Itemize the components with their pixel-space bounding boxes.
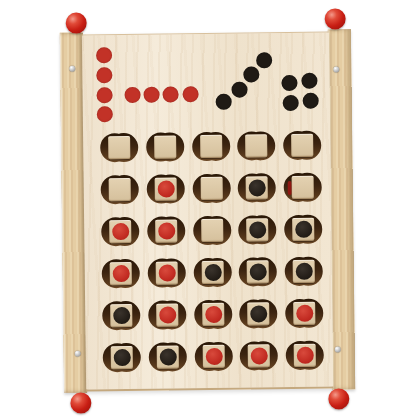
corner-knob-top-right xyxy=(324,8,345,29)
hardware-layer xyxy=(0,0,417,3)
slider-tile[interactable] xyxy=(202,302,224,325)
black-disc xyxy=(204,263,221,280)
cell-r1c2 xyxy=(146,132,184,161)
black-disc xyxy=(113,306,130,323)
slider-tile[interactable] xyxy=(157,345,179,368)
black-disc xyxy=(113,348,130,365)
screw-icon xyxy=(75,351,81,357)
red-disc xyxy=(158,264,175,281)
cell-r5c2 xyxy=(148,300,186,329)
slider-tile[interactable] xyxy=(292,175,314,198)
black-pattern-dot xyxy=(283,95,299,111)
black-disc xyxy=(295,262,312,279)
cell-r5c5 xyxy=(285,298,323,327)
slider-tile[interactable] xyxy=(245,134,267,157)
black-pattern-dot xyxy=(301,73,317,89)
black-disc xyxy=(250,305,267,322)
black-disc xyxy=(249,221,266,238)
slider-tile[interactable] xyxy=(156,261,178,284)
cell-r4c3 xyxy=(194,257,232,286)
screw-icon xyxy=(335,346,341,352)
black-pattern-dot xyxy=(231,82,247,98)
slider-tile[interactable] xyxy=(200,134,222,157)
slider-tile[interactable] xyxy=(203,344,225,367)
red-pattern-dot xyxy=(182,86,198,102)
slider-tile[interactable] xyxy=(248,344,270,367)
black-pattern-dot xyxy=(281,75,297,91)
corner-knob-bottom-right xyxy=(328,388,349,409)
red-disc xyxy=(157,180,174,197)
slider-tile[interactable] xyxy=(154,135,176,158)
cell-r4c5 xyxy=(285,256,323,285)
corner-knob-top-left xyxy=(65,12,86,33)
slider-tile[interactable] xyxy=(201,176,223,199)
slider-tile[interactable] xyxy=(202,260,224,283)
slider-tile[interactable] xyxy=(247,260,269,283)
slider-tile[interactable] xyxy=(291,133,313,156)
black-disc xyxy=(249,263,266,280)
cell-r5c1 xyxy=(102,300,140,329)
black-pattern-dot xyxy=(256,52,272,68)
slider-tile[interactable] xyxy=(110,261,132,284)
cell-r6c1 xyxy=(103,342,141,371)
red-disc xyxy=(159,306,176,323)
slider-tile[interactable] xyxy=(156,303,178,326)
cell-r5c4 xyxy=(239,299,277,328)
red-disc xyxy=(296,346,313,363)
red-pattern-dot xyxy=(162,86,178,102)
cell-r2c4 xyxy=(238,173,276,202)
slider-tile[interactable] xyxy=(247,302,269,325)
red-disc xyxy=(296,304,313,321)
cell-r3c1 xyxy=(101,216,139,245)
red-pattern-dot xyxy=(96,47,112,63)
cell-r3c5 xyxy=(284,214,322,243)
cell-r2c5 xyxy=(284,172,322,201)
cell-r4c1 xyxy=(102,258,140,287)
black-pattern-dot xyxy=(303,93,319,109)
photo-background xyxy=(0,0,420,420)
red-disc xyxy=(250,347,267,364)
cell-r4c4 xyxy=(239,257,277,286)
cell-r5c3 xyxy=(194,299,232,328)
cell-r6c4 xyxy=(240,341,278,370)
screw-icon xyxy=(69,66,75,72)
cell-r2c2 xyxy=(147,174,185,203)
red-disc xyxy=(112,264,129,281)
cell-r4c2 xyxy=(148,258,186,287)
black-disc xyxy=(295,220,312,237)
slider-tile[interactable] xyxy=(201,218,223,241)
cell-r1c3 xyxy=(192,131,230,160)
screw-icon xyxy=(333,66,339,72)
cell-r1c5 xyxy=(283,130,321,159)
slider-tile[interactable] xyxy=(293,259,315,282)
slider-tile[interactable] xyxy=(246,176,268,199)
red-pattern-dot xyxy=(124,87,140,103)
cell-r3c4 xyxy=(238,215,276,244)
slider-tile[interactable] xyxy=(292,217,314,240)
slider-tile[interactable] xyxy=(246,218,268,241)
slider-tile[interactable] xyxy=(111,345,133,368)
red-disc xyxy=(158,222,175,239)
red-pattern-dot xyxy=(96,87,112,103)
red-pattern-dot xyxy=(143,87,159,103)
black-pattern-dot xyxy=(243,66,259,82)
slider-tile[interactable] xyxy=(293,301,315,324)
red-disc xyxy=(205,305,222,322)
black-pattern-dot xyxy=(216,94,232,110)
slider-tile[interactable] xyxy=(109,177,131,200)
decoration-dots-layer xyxy=(0,0,417,3)
corner-knob-bottom-left xyxy=(70,392,91,413)
slider-tile[interactable] xyxy=(108,135,130,158)
wall-game-board xyxy=(0,0,420,420)
cell-r6c5 xyxy=(286,340,324,369)
cell-r3c3 xyxy=(193,215,231,244)
black-disc xyxy=(248,179,265,196)
red-disc xyxy=(112,222,129,239)
cell-r3c2 xyxy=(147,216,185,245)
slider-tile[interactable] xyxy=(109,219,131,242)
slider-tile[interactable] xyxy=(110,303,132,326)
cell-r2c3 xyxy=(193,173,231,202)
cell-r6c2 xyxy=(149,342,187,371)
red-pattern-dot xyxy=(97,106,113,122)
slider-grid xyxy=(0,0,417,3)
cell-r6c3 xyxy=(195,341,233,370)
red-pattern-dot xyxy=(96,67,112,83)
red-disc xyxy=(205,347,222,364)
slider-tile[interactable] xyxy=(155,177,177,200)
black-disc xyxy=(159,348,176,365)
cell-r1c4 xyxy=(237,131,275,160)
cell-r1c1 xyxy=(100,132,138,161)
cell-r2c1 xyxy=(101,174,139,203)
slider-tile[interactable] xyxy=(155,219,177,242)
slider-tile[interactable] xyxy=(294,343,316,366)
